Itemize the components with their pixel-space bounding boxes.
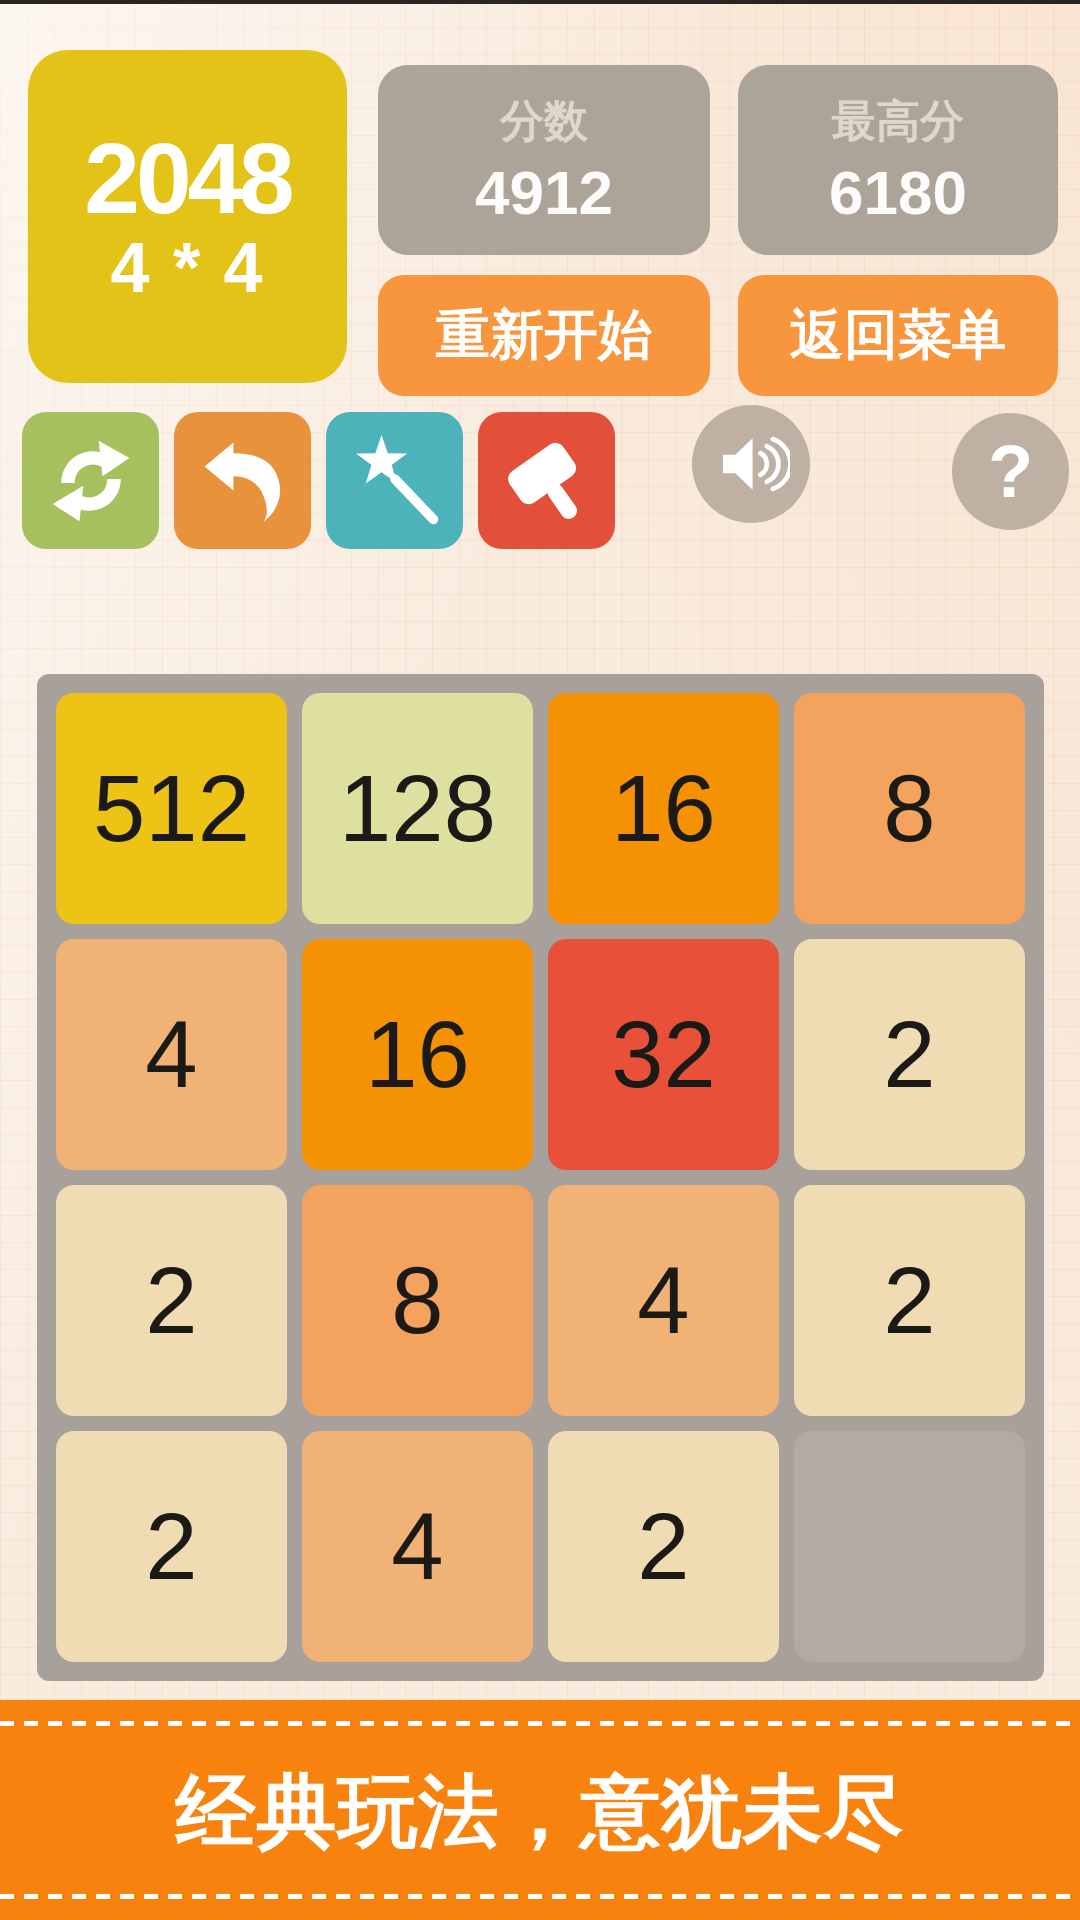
tile-512: 512 <box>56 693 287 924</box>
magic-wand-icon <box>347 433 443 529</box>
refresh-button[interactable] <box>22 412 159 549</box>
tile-16: 16 <box>548 693 779 924</box>
cell-empty <box>794 1431 1025 1662</box>
promo-banner: 经典玩法，意犹未尽 <box>0 1700 1080 1920</box>
logo-2048: 2048 4 * 4 <box>28 50 347 383</box>
magic-wand-button[interactable] <box>326 412 463 549</box>
best-score-label: 最高分 <box>832 92 964 151</box>
logo-mode-label: 4 * 4 <box>111 230 265 307</box>
tile-4: 4 <box>302 1431 533 1662</box>
best-score-value: 6180 <box>829 157 967 228</box>
tile-16: 16 <box>302 939 533 1170</box>
back-to-menu-button[interactable]: 返回菜单 <box>738 275 1058 396</box>
score-value: 4912 <box>475 157 613 228</box>
score-box: 分数 4912 <box>378 65 710 255</box>
tile-32: 32 <box>548 939 779 1170</box>
best-score-box: 最高分 6180 <box>738 65 1058 255</box>
undo-icon <box>195 433 291 529</box>
tile-8: 8 <box>794 693 1025 924</box>
tile-2: 2 <box>56 1185 287 1416</box>
hammer-button[interactable] <box>478 412 615 549</box>
game-screen: 2048 4 * 4 分数 4912 最高分 6180 重新开始 返回菜单 <box>0 0 1080 1920</box>
top-border-line <box>0 0 1080 4</box>
board[interactable]: 5121281684163222842242 <box>37 674 1044 1681</box>
logo-title: 2048 <box>84 126 290 230</box>
sound-icon <box>712 425 790 503</box>
tile-8: 8 <box>302 1185 533 1416</box>
hammer-icon <box>499 433 595 529</box>
tile-2: 2 <box>794 939 1025 1170</box>
refresh-icon <box>43 433 139 529</box>
tile-2: 2 <box>548 1431 779 1662</box>
undo-button[interactable] <box>174 412 311 549</box>
tile-4: 4 <box>56 939 287 1170</box>
sound-button[interactable] <box>692 405 810 523</box>
help-icon: ? <box>988 435 1033 509</box>
tile-2: 2 <box>56 1431 287 1662</box>
score-label: 分数 <box>500 92 588 151</box>
promo-banner-text: 经典玩法，意犹未尽 <box>176 1759 905 1867</box>
restart-button[interactable]: 重新开始 <box>378 275 710 396</box>
tile-2: 2 <box>794 1185 1025 1416</box>
help-button[interactable]: ? <box>952 413 1069 530</box>
tile-128: 128 <box>302 693 533 924</box>
tile-4: 4 <box>548 1185 779 1416</box>
